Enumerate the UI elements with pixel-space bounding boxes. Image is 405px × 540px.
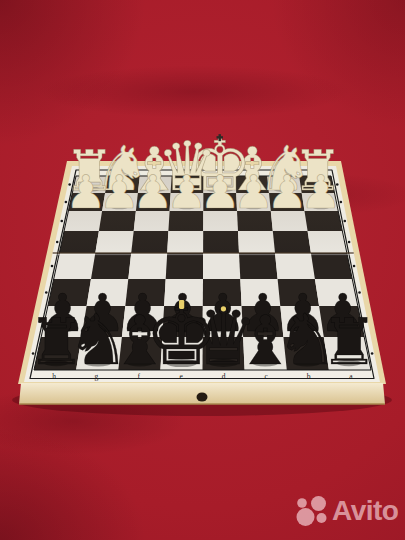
board-clasp bbox=[197, 393, 208, 402]
chess-board: hgfedcba♜♞♝♚♛♝♞♜♟♟♟♟♟♟♟♟♟♟♟♟♟♟♟♟♜♞♝♛♚♝♞♜ bbox=[0, 0, 405, 540]
black-rook-h8: ♜ bbox=[28, 305, 85, 379]
black-queen-finial bbox=[221, 306, 226, 311]
black-king-finial bbox=[179, 300, 184, 309]
chess-photo: hgfedcba♜♞♝♚♛♝♞♜♟♟♟♟♟♟♟♟♟♟♟♟♟♟♟♟♜♞♝♛♚♝♞♜… bbox=[0, 0, 405, 540]
white-pawn-h2: ♟ bbox=[65, 165, 106, 219]
